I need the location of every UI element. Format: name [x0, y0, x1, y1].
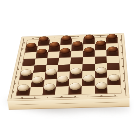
- product-photo: abcdefgh abcdefgh 87654321 87654321: [0, 0, 140, 140]
- square-f5[interactable]: [82, 57, 94, 64]
- square-e1[interactable]: [68, 86, 81, 94]
- coord-label: 4: [120, 63, 126, 70]
- checkers-board: abcdefgh abcdefgh 87654321 87654321: [7, 33, 129, 101]
- dark-piece[interactable]: [38, 36, 49, 42]
- dark-piece[interactable]: [84, 47, 95, 53]
- light-piece[interactable]: [43, 83, 55, 90]
- square-b2[interactable]: [31, 80, 45, 88]
- dark-piece[interactable]: [72, 41, 83, 47]
- square-b6[interactable]: [35, 52, 48, 59]
- light-piece[interactable]: [96, 82, 108, 89]
- dark-piece[interactable]: [60, 48, 71, 54]
- dark-piece[interactable]: [84, 35, 94, 41]
- dark-piece[interactable]: [107, 46, 118, 52]
- light-piece[interactable]: [17, 84, 30, 91]
- square-e3[interactable]: [69, 71, 82, 79]
- square-d6[interactable]: [59, 51, 71, 58]
- light-piece[interactable]: [70, 68, 81, 75]
- dark-piece[interactable]: [107, 34, 117, 40]
- dark-piece[interactable]: [26, 43, 37, 49]
- square-h4[interactable]: [107, 63, 120, 70]
- dark-piece[interactable]: [96, 40, 106, 46]
- dark-piece[interactable]: [49, 42, 60, 48]
- board-grid: [16, 37, 122, 96]
- square-h1[interactable]: [107, 85, 120, 93]
- square-g5[interactable]: [95, 56, 107, 63]
- light-piece[interactable]: [83, 75, 94, 82]
- square-g1[interactable]: [94, 85, 107, 93]
- light-piece[interactable]: [45, 68, 57, 75]
- dark-piece[interactable]: [61, 35, 72, 41]
- light-piece[interactable]: [57, 75, 69, 82]
- square-g3[interactable]: [95, 70, 108, 78]
- light-piece[interactable]: [96, 67, 107, 74]
- light-piece[interactable]: [20, 69, 32, 76]
- square-c1[interactable]: [42, 87, 56, 95]
- box-fold-seam: [8, 102, 129, 105]
- square-f1[interactable]: [81, 86, 94, 94]
- light-piece[interactable]: [31, 76, 43, 83]
- square-f4[interactable]: [82, 64, 94, 71]
- dark-piece[interactable]: [36, 49, 47, 55]
- light-piece[interactable]: [108, 74, 120, 81]
- light-piece[interactable]: [69, 83, 81, 90]
